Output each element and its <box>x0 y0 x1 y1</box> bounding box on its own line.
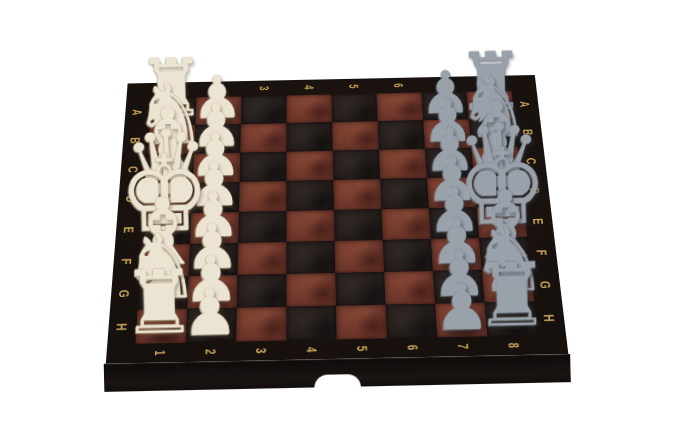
rank-top-label-2: 2 <box>206 75 232 103</box>
square-c4 <box>286 151 333 181</box>
rank-top-label-3: 3 <box>251 74 276 102</box>
square-f5 <box>335 240 385 273</box>
square-h2: ♟ <box>186 308 237 343</box>
square-c6 <box>379 149 427 179</box>
square-e6 <box>381 208 430 240</box>
rank-top-label-8: 8 <box>474 70 502 98</box>
square-b5 <box>332 121 379 150</box>
board-grid: ♜♟♟♜♞♟♟♞♝♟♟♝♛♟♟♛♚♟♟♚♝♟♟♝♞♟♟♞♜♟♟♜ <box>135 91 537 344</box>
perspective-tilt: 12345678 12345678 ABCDEFGH ABCDEFGH ♜♟♟♜… <box>0 0 680 425</box>
rank-top-label-1: 1 <box>161 76 188 104</box>
rank-top-label-6: 6 <box>385 72 412 100</box>
square-h4 <box>286 306 336 341</box>
rank-top-label-5: 5 <box>341 73 367 101</box>
square-h8: ♜ <box>485 302 538 337</box>
rank-top-label-7: 7 <box>430 71 457 99</box>
finger-notch <box>314 374 361 389</box>
piece-gray-rook-h8: ♜ <box>473 251 551 340</box>
square-g6 <box>384 271 435 305</box>
square-h5 <box>336 305 387 340</box>
chess-board: 12345678 12345678 ABCDEFGH ABCDEFGH ♜♟♟♜… <box>106 75 569 364</box>
square-e3 <box>238 211 286 243</box>
square-d6 <box>380 178 429 209</box>
square-f3 <box>238 242 287 275</box>
square-h3 <box>236 307 286 342</box>
square-c5 <box>333 150 380 180</box>
square-g4 <box>286 273 336 307</box>
square-g5 <box>335 272 385 306</box>
square-c3 <box>240 152 287 182</box>
square-b4 <box>287 122 333 151</box>
square-d3 <box>239 181 287 212</box>
square-h6 <box>386 304 438 339</box>
square-e5 <box>334 209 383 241</box>
square-d4 <box>286 180 333 211</box>
piece-white-pawn-h2: ♟ <box>181 280 238 346</box>
board-surface: 12345678 12345678 ABCDEFGH ABCDEFGH ♜♟♟♜… <box>106 75 569 364</box>
square-e4 <box>286 210 334 242</box>
square-b3 <box>240 123 286 152</box>
rank-top-label-4: 4 <box>296 74 321 102</box>
square-b6 <box>378 120 425 149</box>
square-f4 <box>286 241 335 274</box>
square-g3 <box>237 274 287 308</box>
square-f6 <box>383 239 433 272</box>
scene-3d: 12345678 12345678 ABCDEFGH ABCDEFGH ♜♟♟♜… <box>101 0 566 425</box>
square-d5 <box>333 179 381 210</box>
product-photo: 12345678 12345678 ABCDEFGH ABCDEFGH ♜♟♟♜… <box>0 0 680 425</box>
square-h1: ♜ <box>135 309 187 344</box>
